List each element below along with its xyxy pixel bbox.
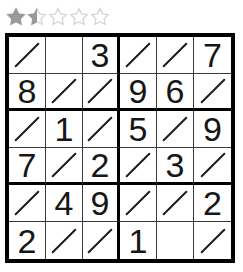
cell-r2c6[interactable] xyxy=(194,74,231,111)
given-digit: 4 xyxy=(55,186,74,220)
cell-r4c5[interactable]: 3 xyxy=(157,148,194,185)
cell-r6c2[interactable] xyxy=(46,222,83,259)
given-digit: 7 xyxy=(203,38,222,72)
given-digit: 6 xyxy=(166,74,185,108)
slash-mark xyxy=(51,78,76,103)
slash-mark xyxy=(200,152,225,177)
given-digit: 1 xyxy=(129,224,148,258)
cell-r5c6[interactable]: 2 xyxy=(194,185,231,222)
given-digit: 9 xyxy=(91,186,110,220)
star-icon-empty xyxy=(69,7,89,26)
cell-r4c3[interactable]: 2 xyxy=(83,148,120,185)
cell-r5c1[interactable] xyxy=(9,185,46,222)
slash-mark xyxy=(125,190,150,215)
given-digit: 3 xyxy=(166,148,185,182)
cell-r6c4[interactable]: 1 xyxy=(120,222,157,259)
cell-r3c3[interactable] xyxy=(83,111,120,148)
given-digit: 9 xyxy=(129,74,148,108)
cell-r1c1[interactable] xyxy=(9,37,46,74)
cell-r6c6[interactable] xyxy=(194,222,231,259)
cell-r2c4[interactable]: 9 xyxy=(120,74,157,111)
slash-mark xyxy=(162,42,187,67)
star-icon-empty xyxy=(90,7,110,26)
cell-r4c2[interactable] xyxy=(46,148,83,185)
cell-r5c5[interactable] xyxy=(157,185,194,222)
star-icon-empty xyxy=(48,7,68,26)
slash-mark xyxy=(87,228,112,253)
cell-r6c5[interactable] xyxy=(157,222,194,259)
slash-mark xyxy=(162,116,187,141)
given-digit: 2 xyxy=(18,224,37,258)
given-digit: 5 xyxy=(129,112,148,146)
cell-r1c5[interactable] xyxy=(157,37,194,74)
slash-mark xyxy=(125,152,150,177)
cell-r1c6[interactable]: 7 xyxy=(194,37,231,74)
cell-r3c1[interactable] xyxy=(9,111,46,148)
slash-mark xyxy=(200,228,225,253)
cell-r2c3[interactable] xyxy=(83,74,120,111)
cell-r6c1[interactable]: 2 xyxy=(9,222,46,259)
puzzle-board: 3789615972349221 xyxy=(5,33,235,263)
given-digit: 7 xyxy=(18,148,37,182)
cell-r4c1[interactable]: 7 xyxy=(9,148,46,185)
cell-r1c2[interactable] xyxy=(46,37,83,74)
cell-r3c6[interactable]: 9 xyxy=(194,111,231,148)
slash-mark xyxy=(14,42,39,67)
cell-r3c4[interactable]: 5 xyxy=(120,111,157,148)
cell-r1c4[interactable] xyxy=(120,37,157,74)
given-digit: 2 xyxy=(203,186,222,220)
slash-mark xyxy=(51,152,76,177)
cell-r6c3[interactable] xyxy=(83,222,120,259)
cell-r2c1[interactable]: 8 xyxy=(9,74,46,111)
cell-r2c5[interactable]: 6 xyxy=(157,74,194,111)
given-digit: 9 xyxy=(203,112,222,146)
given-digit: 3 xyxy=(91,38,110,72)
slash-mark xyxy=(200,78,225,103)
slash-mark xyxy=(51,228,76,253)
given-digit: 2 xyxy=(91,148,110,182)
cell-r5c2[interactable]: 4 xyxy=(46,185,83,222)
cell-r3c5[interactable] xyxy=(157,111,194,148)
cell-r5c4[interactable] xyxy=(120,185,157,222)
star-icon-full xyxy=(6,7,26,26)
cell-r1c3[interactable]: 3 xyxy=(83,37,120,74)
slash-mark xyxy=(14,190,39,215)
difficulty-rating xyxy=(6,7,110,26)
given-digit: 8 xyxy=(18,74,37,108)
slash-mark xyxy=(162,190,187,215)
cell-r5c3[interactable]: 9 xyxy=(83,185,120,222)
slash-mark xyxy=(14,116,39,141)
slash-mark xyxy=(87,116,112,141)
star-icon-half xyxy=(27,7,47,26)
cell-r4c6[interactable] xyxy=(194,148,231,185)
cell-r2c2[interactable] xyxy=(46,74,83,111)
slash-mark xyxy=(87,78,112,103)
given-digit: 1 xyxy=(55,112,74,146)
cell-r3c2[interactable]: 1 xyxy=(46,111,83,148)
slash-mark xyxy=(125,42,150,67)
cell-r4c4[interactable] xyxy=(120,148,157,185)
